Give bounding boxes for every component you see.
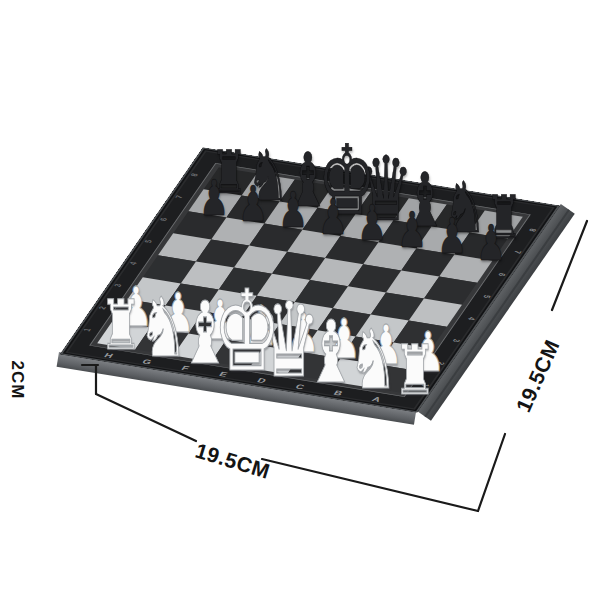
depth-line-a xyxy=(478,434,505,511)
height-dimension-label: 2CM xyxy=(7,361,27,400)
width-line-b xyxy=(262,459,478,511)
width-dimension-label: 19.5CM xyxy=(192,439,272,484)
depth-dimension-label: 19.5CM xyxy=(511,336,564,416)
product-photo-stage: HGFEDCBA 87654321 87654321 ♜♞♝♛♚♝♞♜♟♟♟♟♟… xyxy=(0,0,600,600)
width-line-a xyxy=(96,394,196,441)
